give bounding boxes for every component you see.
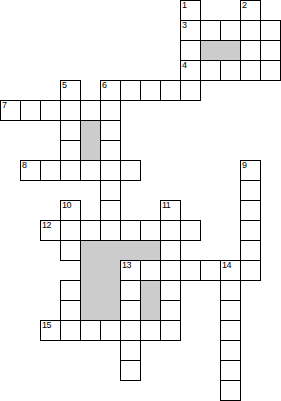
cell-r11c7[interactable] [140, 220, 161, 241]
cell-r15c3[interactable] [60, 300, 81, 321]
cell-r12c8[interactable] [160, 240, 181, 261]
cell-r5c4[interactable] [80, 100, 101, 121]
cell-r16c5[interactable] [100, 320, 121, 341]
cell-r19c11[interactable] [220, 380, 241, 401]
blocked-cell-border [140, 280, 161, 301]
cell-r3c10[interactable] [200, 60, 221, 81]
cell-r6c3[interactable] [60, 120, 81, 141]
cell-r3c9[interactable] [180, 60, 201, 81]
cell-r8c4[interactable] [80, 160, 101, 181]
cell-r10c5[interactable] [100, 200, 121, 221]
cell-r16c7[interactable] [140, 320, 161, 341]
cell-r4c6[interactable] [120, 80, 141, 101]
cell-r4c8[interactable] [160, 80, 181, 101]
cell-r11c3[interactable] [60, 220, 81, 241]
cell-r2c13[interactable] [260, 40, 281, 61]
cell-r5c1[interactable] [20, 100, 41, 121]
cell-r17c11[interactable] [220, 340, 241, 361]
cell-r13c7[interactable] [140, 260, 161, 281]
cell-r13c11[interactable] [220, 260, 241, 281]
cell-r5c2[interactable] [40, 100, 61, 121]
cell-r5c3[interactable] [60, 100, 81, 121]
blocked-cell-border [220, 40, 241, 61]
cell-r15c8[interactable] [160, 300, 181, 321]
cell-r15c11[interactable] [220, 300, 241, 321]
cell-r10c3[interactable] [60, 200, 81, 221]
cell-r13c6[interactable] [120, 260, 141, 281]
cell-r16c8[interactable] [160, 320, 181, 341]
cell-r13c12[interactable] [240, 260, 261, 281]
cell-r14c8[interactable] [160, 280, 181, 301]
cell-r11c9[interactable] [180, 220, 201, 241]
cell-r16c6[interactable] [120, 320, 141, 341]
cell-r8c12[interactable] [240, 160, 261, 181]
cell-r1c9[interactable] [180, 20, 201, 41]
blocked-cell-border [200, 40, 221, 61]
cell-r11c5[interactable] [100, 220, 121, 241]
cell-r2c12[interactable] [240, 40, 261, 61]
cell-r9c5[interactable] [100, 180, 121, 201]
cell-r0c12[interactable] [240, 0, 261, 21]
cell-r5c0[interactable] [0, 100, 21, 121]
cell-r5c5[interactable] [100, 100, 121, 121]
cell-r8c1[interactable] [20, 160, 41, 181]
cell-r4c7[interactable] [140, 80, 161, 101]
cell-r15c6[interactable] [120, 300, 141, 321]
cell-r12c3[interactable] [60, 240, 81, 261]
cell-r8c2[interactable] [40, 160, 61, 181]
cell-r9c12[interactable] [240, 180, 261, 201]
cell-r2c9[interactable] [180, 40, 201, 61]
cell-r1c13[interactable] [260, 20, 281, 41]
cell-r16c3[interactable] [60, 320, 81, 341]
cell-r12c12[interactable] [240, 240, 261, 261]
blocked-cell-border [100, 240, 121, 261]
cell-r14c3[interactable] [60, 280, 81, 301]
blocked-cell-border [80, 120, 101, 141]
blocked-cell-border [100, 300, 121, 321]
cell-r6c5[interactable] [100, 120, 121, 141]
blocked-cell-border [80, 280, 101, 301]
cell-r7c3[interactable] [60, 140, 81, 161]
cell-r11c4[interactable] [80, 220, 101, 241]
cell-r10c12[interactable] [240, 200, 261, 221]
blocked-cell-border [100, 280, 121, 301]
blocked-cell-border [120, 240, 141, 261]
cell-r13c9[interactable] [180, 260, 201, 281]
cell-r13c10[interactable] [200, 260, 221, 281]
cell-r18c6[interactable] [120, 360, 141, 381]
cell-r8c3[interactable] [60, 160, 81, 181]
blocked-cell-border [140, 240, 161, 261]
cell-r3c12[interactable] [240, 60, 261, 81]
cell-r17c6[interactable] [120, 340, 141, 361]
cell-r13c8[interactable] [160, 260, 181, 281]
cell-r16c2[interactable] [40, 320, 61, 341]
cell-r1c11[interactable] [220, 20, 241, 41]
cell-r4c5[interactable] [100, 80, 121, 101]
cell-r11c8[interactable] [160, 220, 181, 241]
cell-r1c10[interactable] [200, 20, 221, 41]
cell-r0c9[interactable] [180, 0, 201, 21]
blocked-cell-border [80, 300, 101, 321]
cell-r10c8[interactable] [160, 200, 181, 221]
cell-r3c11[interactable] [220, 60, 241, 81]
cell-r16c11[interactable] [220, 320, 241, 341]
blocked-cell-border [100, 260, 121, 281]
cell-r8c6[interactable] [120, 160, 141, 181]
cell-r16c4[interactable] [80, 320, 101, 341]
cell-r11c6[interactable] [120, 220, 141, 241]
cell-r4c9[interactable] [180, 80, 201, 101]
crossword-board: 123456789101112131415 [0, 0, 281, 401]
blocked-cell-border [140, 300, 161, 321]
cell-r7c5[interactable] [100, 140, 121, 161]
cell-r1c12[interactable] [240, 20, 261, 41]
cell-r11c2[interactable] [40, 220, 61, 241]
blocked-cell-border [80, 140, 101, 161]
cell-r4c3[interactable] [60, 80, 81, 101]
blocked-cell-border [80, 240, 101, 261]
cell-r8c5[interactable] [100, 160, 121, 181]
cell-r3c13[interactable] [260, 60, 281, 81]
cell-r18c11[interactable] [220, 360, 241, 381]
cell-r11c12[interactable] [240, 220, 261, 241]
cell-r14c11[interactable] [220, 280, 241, 301]
blocked-cell-border [80, 260, 101, 281]
cell-r14c6[interactable] [120, 280, 141, 301]
